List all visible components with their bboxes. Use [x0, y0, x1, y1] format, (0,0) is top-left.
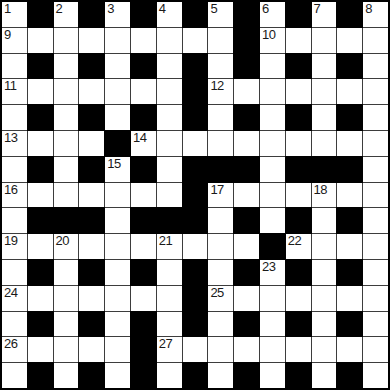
letter-cell[interactable]	[2, 208, 27, 233]
letter-cell[interactable]	[312, 363, 337, 388]
letter-cell[interactable]	[312, 105, 337, 130]
letter-cell[interactable]	[234, 234, 259, 259]
letter-cell[interactable]: 20	[54, 234, 79, 259]
letter-cell[interactable]: 7	[312, 2, 337, 27]
letter-cell[interactable]	[337, 234, 362, 259]
blocked-cell	[286, 208, 311, 233]
letter-cell[interactable]	[312, 234, 337, 259]
clue-number: 10	[262, 28, 275, 42]
letter-cell[interactable]	[260, 208, 285, 233]
letter-cell[interactable]	[363, 337, 388, 362]
blocked-cell	[105, 131, 130, 156]
blocked-cell	[234, 2, 259, 27]
blocked-cell	[28, 157, 53, 182]
blocked-cell	[337, 363, 362, 388]
blocked-cell	[234, 363, 259, 388]
letter-cell[interactable]	[363, 54, 388, 79]
letter-cell[interactable]: 2	[54, 2, 79, 27]
letter-cell[interactable]	[363, 131, 388, 156]
letter-cell[interactable]	[54, 260, 79, 285]
letter-cell[interactable]	[105, 337, 130, 362]
clue-number: 12	[210, 79, 223, 93]
letter-cell[interactable]	[79, 183, 104, 208]
letter-cell[interactable]	[131, 234, 156, 259]
clue-number: 1	[4, 2, 11, 16]
letter-cell[interactable]	[28, 234, 53, 259]
letter-cell[interactable]	[363, 28, 388, 53]
letter-cell[interactable]	[54, 54, 79, 79]
blocked-cell	[79, 54, 104, 79]
letter-cell[interactable]	[363, 234, 388, 259]
blocked-cell	[183, 363, 208, 388]
letter-cell[interactable]	[105, 260, 130, 285]
letter-cell[interactable]	[208, 28, 233, 53]
letter-cell[interactable]	[234, 337, 259, 362]
letter-cell[interactable]	[337, 286, 362, 311]
letter-cell[interactable]	[234, 183, 259, 208]
clue-number: 4	[159, 2, 166, 16]
clue-number: 17	[210, 183, 223, 197]
letter-cell[interactable]	[208, 363, 233, 388]
blocked-cell	[337, 105, 362, 130]
letter-cell[interactable]	[105, 105, 130, 130]
letter-cell[interactable]	[312, 79, 337, 104]
clue-number: 23	[262, 260, 275, 274]
letter-cell[interactable]	[79, 286, 104, 311]
blocked-cell	[79, 260, 104, 285]
letter-cell[interactable]	[312, 337, 337, 362]
blocked-cell	[28, 312, 53, 337]
blocked-cell	[28, 105, 53, 130]
letter-cell[interactable]	[2, 157, 27, 182]
blocked-cell	[337, 157, 362, 182]
letter-cell[interactable]	[363, 260, 388, 285]
letter-cell[interactable]	[260, 183, 285, 208]
blocked-cell	[131, 260, 156, 285]
blocked-cell	[79, 157, 104, 182]
letter-cell[interactable]	[157, 260, 182, 285]
letter-cell[interactable]	[54, 286, 79, 311]
letter-cell[interactable]	[337, 183, 362, 208]
letter-cell[interactable]	[105, 363, 130, 388]
blocked-cell	[337, 2, 362, 27]
letter-cell[interactable]	[28, 131, 53, 156]
letter-cell[interactable]	[312, 131, 337, 156]
blocked-cell	[79, 363, 104, 388]
letter-cell[interactable]	[363, 363, 388, 388]
letter-cell[interactable]	[208, 337, 233, 362]
blocked-cell	[234, 28, 259, 53]
letter-cell[interactable]	[208, 208, 233, 233]
letter-cell[interactable]	[131, 79, 156, 104]
letter-cell[interactable]	[157, 157, 182, 182]
letter-cell[interactable]	[157, 105, 182, 130]
letter-cell[interactable]	[79, 337, 104, 362]
blocked-cell	[28, 260, 53, 285]
blocked-cell	[183, 208, 208, 233]
clue-number: 19	[4, 234, 17, 248]
clue-number: 13	[4, 131, 17, 145]
blocked-cell	[79, 208, 104, 233]
blocked-cell	[131, 312, 156, 337]
letter-cell[interactable]	[260, 105, 285, 130]
clue-number: 3	[107, 2, 114, 16]
letter-cell[interactable]	[54, 157, 79, 182]
letter-cell[interactable]	[157, 363, 182, 388]
letter-cell[interactable]	[183, 131, 208, 156]
letter-cell[interactable]	[54, 131, 79, 156]
letter-cell[interactable]: 1	[2, 2, 27, 27]
blocked-cell	[183, 183, 208, 208]
blocked-cell	[183, 157, 208, 182]
letter-cell[interactable]	[157, 312, 182, 337]
letter-cell[interactable]	[105, 286, 130, 311]
clue-number: 6	[262, 2, 269, 16]
letter-cell[interactable]	[79, 79, 104, 104]
letter-cell[interactable]	[54, 337, 79, 362]
blocked-cell	[286, 54, 311, 79]
crossword-board: 1234567891011121314151617181920212223242…	[0, 0, 390, 390]
clue-number: 15	[107, 157, 120, 171]
letter-cell[interactable]	[183, 337, 208, 362]
blocked-cell	[234, 105, 259, 130]
letter-cell[interactable]	[131, 28, 156, 53]
letter-cell[interactable]	[260, 157, 285, 182]
blocked-cell	[234, 208, 259, 233]
letter-cell[interactable]	[286, 131, 311, 156]
letter-cell[interactable]	[260, 54, 285, 79]
letter-cell[interactable]: 23	[260, 260, 285, 285]
clue-number: 5	[210, 2, 217, 16]
letter-cell[interactable]	[234, 286, 259, 311]
blocked-cell	[286, 157, 311, 182]
letter-cell[interactable]	[28, 183, 53, 208]
blocked-cell	[131, 337, 156, 362]
letter-cell[interactable]: 15	[105, 157, 130, 182]
clue-number: 25	[210, 286, 223, 300]
letter-cell[interactable]	[54, 183, 79, 208]
letter-cell[interactable]	[208, 131, 233, 156]
letter-cell[interactable]: 9	[2, 28, 27, 53]
letter-cell[interactable]	[183, 28, 208, 53]
clue-number: 7	[314, 2, 321, 16]
letter-cell[interactable]: 24	[2, 286, 27, 311]
blocked-cell	[183, 2, 208, 27]
letter-cell[interactable]	[105, 208, 130, 233]
blocked-cell	[79, 2, 104, 27]
letter-cell[interactable]	[234, 131, 259, 156]
letter-cell[interactable]	[157, 183, 182, 208]
blocked-cell	[79, 312, 104, 337]
blocked-cell	[183, 105, 208, 130]
blocked-cell	[131, 157, 156, 182]
blocked-cell	[131, 54, 156, 79]
letter-cell[interactable]	[363, 79, 388, 104]
blocked-cell	[286, 363, 311, 388]
letter-cell[interactable]: 19	[2, 234, 27, 259]
letter-cell[interactable]	[208, 105, 233, 130]
blocked-cell	[54, 208, 79, 233]
letter-cell[interactable]	[54, 363, 79, 388]
clue-number: 14	[133, 131, 146, 145]
clue-number: 8	[365, 2, 372, 16]
letter-cell[interactable]: 3	[105, 2, 130, 27]
letter-cell[interactable]	[260, 286, 285, 311]
letter-cell[interactable]	[79, 131, 104, 156]
letter-cell[interactable]	[208, 234, 233, 259]
letter-cell[interactable]	[260, 337, 285, 362]
letter-cell[interactable]: 5	[208, 2, 233, 27]
letter-cell[interactable]	[105, 183, 130, 208]
letter-cell[interactable]	[105, 312, 130, 337]
clue-number: 26	[4, 337, 17, 351]
clue-number: 11	[4, 79, 17, 93]
blocked-cell	[234, 54, 259, 79]
letter-cell[interactable]: 8	[363, 2, 388, 27]
blocked-cell	[131, 208, 156, 233]
letter-cell[interactable]	[312, 260, 337, 285]
letter-cell[interactable]	[157, 286, 182, 311]
letter-cell[interactable]	[79, 234, 104, 259]
blocked-cell	[28, 2, 53, 27]
blocked-cell	[286, 2, 311, 27]
letter-cell[interactable]	[286, 79, 311, 104]
letter-cell[interactable]	[157, 131, 182, 156]
letter-cell[interactable]	[131, 183, 156, 208]
blocked-cell	[183, 286, 208, 311]
letter-cell[interactable]	[208, 260, 233, 285]
letter-cell[interactable]	[363, 312, 388, 337]
letter-cell[interactable]	[234, 79, 259, 104]
letter-cell[interactable]	[28, 28, 53, 53]
blocked-cell	[131, 2, 156, 27]
letter-cell[interactable]: 21	[157, 234, 182, 259]
letter-cell[interactable]	[286, 337, 311, 362]
letter-cell[interactable]	[312, 312, 337, 337]
letter-cell[interactable]: 12	[208, 79, 233, 104]
letter-cell[interactable]: 22	[286, 234, 311, 259]
blocked-cell	[28, 54, 53, 79]
letter-cell[interactable]	[363, 105, 388, 130]
blocked-cell	[28, 363, 53, 388]
letter-cell[interactable]	[157, 54, 182, 79]
letter-cell[interactable]	[105, 28, 130, 53]
blocked-cell	[286, 260, 311, 285]
letter-cell[interactable]	[286, 183, 311, 208]
letter-cell[interactable]	[28, 286, 53, 311]
letter-cell[interactable]	[260, 131, 285, 156]
letter-cell[interactable]	[363, 157, 388, 182]
blocked-cell	[234, 312, 259, 337]
letter-cell[interactable]	[2, 312, 27, 337]
blocked-cell	[286, 105, 311, 130]
letter-cell[interactable]: 17	[208, 183, 233, 208]
clue-number: 2	[56, 2, 63, 16]
letter-cell[interactable]	[286, 28, 311, 53]
letter-cell[interactable]: 14	[131, 131, 156, 156]
letter-cell[interactable]: 4	[157, 2, 182, 27]
letter-cell[interactable]	[312, 28, 337, 53]
blocked-cell	[183, 54, 208, 79]
letter-cell[interactable]	[363, 183, 388, 208]
blocked-cell	[208, 157, 233, 182]
clue-number: 9	[4, 28, 11, 42]
letter-cell[interactable]	[54, 312, 79, 337]
letter-cell[interactable]	[312, 286, 337, 311]
letter-cell[interactable]	[105, 54, 130, 79]
letter-cell[interactable]	[312, 208, 337, 233]
letter-cell[interactable]	[260, 312, 285, 337]
letter-cell[interactable]	[157, 28, 182, 53]
letter-cell[interactable]: 25	[208, 286, 233, 311]
letter-cell[interactable]: 18	[312, 183, 337, 208]
blocked-cell	[260, 234, 285, 259]
letter-cell[interactable]	[208, 312, 233, 337]
blocked-cell	[131, 363, 156, 388]
letter-cell[interactable]	[105, 234, 130, 259]
letter-cell[interactable]: 26	[2, 337, 27, 362]
letter-cell[interactable]	[2, 105, 27, 130]
clue-number: 21	[159, 234, 172, 248]
letter-cell[interactable]	[260, 363, 285, 388]
letter-cell[interactable]	[2, 260, 27, 285]
letter-cell[interactable]	[363, 208, 388, 233]
clue-number: 18	[314, 183, 327, 197]
letter-cell[interactable]	[208, 54, 233, 79]
blocked-cell	[79, 105, 104, 130]
letter-cell[interactable]: 16	[2, 183, 27, 208]
blocked-cell	[131, 105, 156, 130]
letter-cell[interactable]	[286, 286, 311, 311]
letter-cell[interactable]	[131, 286, 156, 311]
clue-number: 20	[56, 234, 69, 248]
letter-cell[interactable]: 6	[260, 2, 285, 27]
letter-cell[interactable]	[54, 79, 79, 104]
clue-number: 16	[4, 183, 17, 197]
letter-cell[interactable]: 10	[260, 28, 285, 53]
letter-cell[interactable]	[260, 79, 285, 104]
clue-number: 22	[288, 234, 301, 248]
letter-cell[interactable]	[337, 131, 362, 156]
clue-number: 24	[4, 286, 17, 300]
letter-cell[interactable]: 11	[2, 79, 27, 104]
letter-cell[interactable]	[79, 28, 104, 53]
blocked-cell	[28, 208, 53, 233]
letter-cell[interactable]	[2, 54, 27, 79]
letter-cell[interactable]	[54, 105, 79, 130]
blocked-cell	[183, 260, 208, 285]
letter-cell[interactable]: 27	[157, 337, 182, 362]
blocked-cell	[234, 260, 259, 285]
letter-cell[interactable]	[105, 79, 130, 104]
blocked-cell	[337, 260, 362, 285]
blocked-cell	[337, 54, 362, 79]
letter-cell[interactable]: 13	[2, 131, 27, 156]
letter-cell[interactable]	[337, 79, 362, 104]
letter-cell[interactable]	[183, 234, 208, 259]
letter-cell[interactable]	[337, 28, 362, 53]
blocked-cell	[183, 312, 208, 337]
blocked-cell	[183, 79, 208, 104]
blocked-cell	[234, 157, 259, 182]
letter-cell[interactable]	[157, 79, 182, 104]
clue-number: 27	[159, 337, 172, 351]
letter-cell[interactable]	[28, 337, 53, 362]
letter-cell[interactable]	[337, 337, 362, 362]
letter-cell[interactable]	[54, 28, 79, 53]
blocked-cell	[312, 157, 337, 182]
letter-cell[interactable]	[28, 79, 53, 104]
blocked-cell	[337, 312, 362, 337]
blocked-cell	[157, 208, 182, 233]
blocked-cell	[337, 208, 362, 233]
letter-cell[interactable]	[2, 363, 27, 388]
letter-cell[interactable]	[363, 286, 388, 311]
letter-cell[interactable]	[312, 54, 337, 79]
blocked-cell	[286, 312, 311, 337]
